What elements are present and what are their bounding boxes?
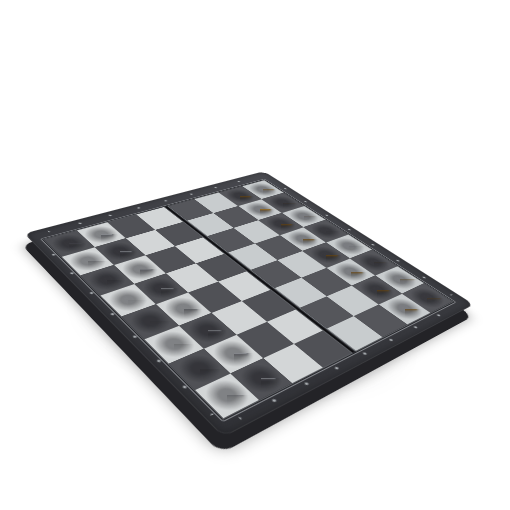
scene: ♜♞♝♛♚♝♞♜♟♟♟♟♟♟♟♟ ♟♟♟♟♟♟♟♟♜♞♝♛♚♝♞♜ <box>0 0 510 510</box>
product-photo-chess-set: ♜♞♝♛♚♝♞♜♟♟♟♟♟♟♟♟ ♟♟♟♟♟♟♟♟♜♞♝♛♚♝♞♜ <box>0 0 510 510</box>
pawn-icon: ♟ <box>387 276 422 315</box>
chess-board: ♜♞♝♛♚♝♞♜♟♟♟♟♟♟♟♟ ♟♟♟♟♟♟♟♟♜♞♝♛♚♝♞♜ <box>24 171 474 437</box>
square-h1: ♜ <box>195 373 259 418</box>
playing-surface: ♜♞♝♛♚♝♞♜♟♟♟♟♟♟♟♟ ♟♟♟♟♟♟♟♟♜♞♝♛♚♝♞♜ <box>41 179 455 421</box>
square-h6 <box>354 305 408 338</box>
rook-icon: ♜ <box>202 347 252 403</box>
